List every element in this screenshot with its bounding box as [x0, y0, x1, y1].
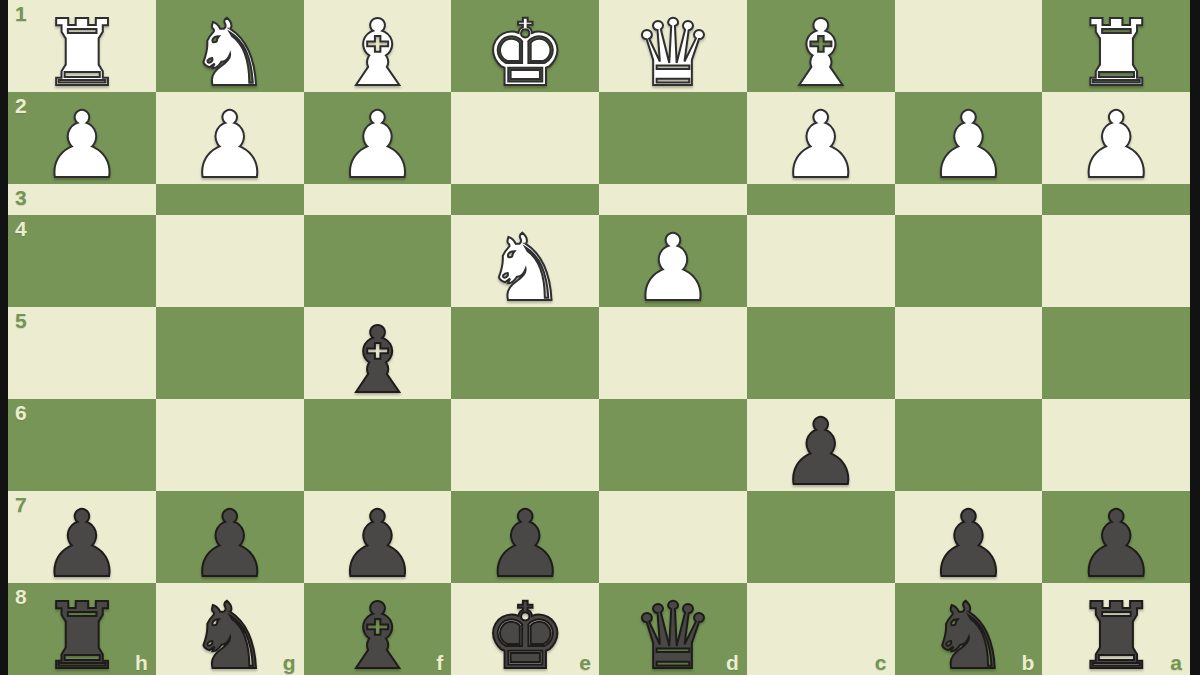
square-g8[interactable]: g♞: [156, 583, 304, 675]
square-b4[interactable]: [895, 215, 1043, 307]
square-h8[interactable]: 8h♜: [8, 583, 156, 675]
square-b8[interactable]: b♞: [895, 583, 1043, 675]
piece-black-knight[interactable]: ♞: [188, 591, 270, 675]
piece-white-pawn[interactable]: ♟: [632, 223, 714, 315]
piece-black-king[interactable]: ♚: [484, 591, 566, 675]
square-d1[interactable]: ♛: [599, 0, 747, 92]
piece-white-knight[interactable]: ♞: [188, 8, 270, 100]
rank-label-8: 8: [15, 586, 27, 607]
square-e4[interactable]: ♞: [451, 215, 599, 307]
square-a1[interactable]: ♜: [1042, 0, 1190, 92]
square-f2[interactable]: ♟: [304, 92, 452, 184]
square-a4[interactable]: [1042, 215, 1190, 307]
square-d5[interactable]: [599, 307, 747, 399]
square-d8[interactable]: d♛: [599, 583, 747, 675]
square-c5[interactable]: [747, 307, 895, 399]
square-h1[interactable]: 1♜: [8, 0, 156, 92]
square-f8[interactable]: f♝: [304, 583, 452, 675]
square-e5[interactable]: [451, 307, 599, 399]
square-e7[interactable]: ♟: [451, 491, 599, 583]
square-d3[interactable]: [599, 184, 747, 215]
file-label-g: g: [283, 652, 296, 673]
piece-black-queen[interactable]: ♛: [632, 591, 714, 675]
piece-white-pawn[interactable]: ♟: [1075, 100, 1157, 192]
square-b6[interactable]: [895, 399, 1043, 491]
rank-label-3: 3: [15, 187, 27, 208]
file-label-a: a: [1170, 652, 1182, 673]
file-label-d: d: [726, 652, 739, 673]
square-h5[interactable]: 5: [8, 307, 156, 399]
square-h6[interactable]: 6: [8, 399, 156, 491]
square-g3[interactable]: [156, 184, 304, 215]
chessboard: 1♜♞♝♚♛♝♜2♟♟♟♟♟♟34♞♟5♝6♟7♟♟♟♟♟♟8h♜g♞f♝e♚d…: [8, 0, 1190, 675]
square-g4[interactable]: [156, 215, 304, 307]
square-a8[interactable]: a♜: [1042, 583, 1190, 675]
piece-white-pawn[interactable]: ♟: [779, 100, 861, 192]
square-a2[interactable]: ♟: [1042, 92, 1190, 184]
piece-white-bishop[interactable]: ♝: [779, 8, 861, 100]
piece-white-knight[interactable]: ♞: [484, 223, 566, 315]
app-screen: 1♜♞♝♚♛♝♜2♟♟♟♟♟♟34♞♟5♝6♟7♟♟♟♟♟♟8h♜g♞f♝e♚d…: [0, 0, 1200, 675]
square-d2[interactable]: [599, 92, 747, 184]
square-e6[interactable]: [451, 399, 599, 491]
square-f5[interactable]: ♝: [304, 307, 452, 399]
piece-black-knight[interactable]: ♞: [927, 591, 1009, 675]
square-b3[interactable]: [895, 184, 1043, 215]
piece-white-pawn[interactable]: ♟: [188, 100, 270, 192]
square-b5[interactable]: [895, 307, 1043, 399]
piece-black-rook[interactable]: ♜: [41, 591, 123, 675]
square-c7[interactable]: [747, 491, 895, 583]
file-label-e: e: [579, 652, 591, 673]
letterbox-left: [0, 0, 8, 675]
file-label-h: h: [135, 652, 148, 673]
rank-label-5: 5: [15, 310, 27, 331]
square-c3[interactable]: [747, 184, 895, 215]
rank-label-2: 2: [15, 95, 27, 116]
square-g1[interactable]: ♞: [156, 0, 304, 92]
square-a7[interactable]: ♟: [1042, 491, 1190, 583]
piece-black-pawn[interactable]: ♟: [484, 499, 566, 591]
square-h3[interactable]: 3: [8, 184, 156, 215]
piece-white-pawn[interactable]: ♟: [927, 100, 1009, 192]
rank-label-7: 7: [15, 494, 27, 515]
square-b7[interactable]: ♟: [895, 491, 1043, 583]
square-c6[interactable]: ♟: [747, 399, 895, 491]
piece-white-queen[interactable]: ♛: [632, 8, 714, 100]
square-c8[interactable]: c: [747, 583, 895, 675]
square-a5[interactable]: [1042, 307, 1190, 399]
square-b2[interactable]: ♟: [895, 92, 1043, 184]
square-g2[interactable]: ♟: [156, 92, 304, 184]
piece-white-king[interactable]: ♚: [484, 8, 566, 100]
file-label-b: b: [1021, 652, 1034, 673]
piece-black-rook[interactable]: ♜: [1075, 591, 1157, 675]
piece-black-pawn[interactable]: ♟: [41, 499, 123, 591]
piece-white-rook[interactable]: ♜: [41, 8, 123, 100]
square-e1[interactable]: ♚: [451, 0, 599, 92]
square-f1[interactable]: ♝: [304, 0, 452, 92]
square-a3[interactable]: [1042, 184, 1190, 215]
piece-black-pawn[interactable]: ♟: [779, 407, 861, 499]
square-d4[interactable]: ♟: [599, 215, 747, 307]
square-c2[interactable]: ♟: [747, 92, 895, 184]
file-label-f: f: [436, 652, 443, 673]
square-d6[interactable]: [599, 399, 747, 491]
square-f4[interactable]: [304, 215, 452, 307]
piece-black-pawn[interactable]: ♟: [336, 499, 418, 591]
square-c1[interactable]: ♝: [747, 0, 895, 92]
piece-black-pawn[interactable]: ♟: [1075, 499, 1157, 591]
piece-black-bishop[interactable]: ♝: [336, 315, 418, 407]
rank-label-4: 4: [15, 218, 27, 239]
square-h4[interactable]: 4: [8, 215, 156, 307]
piece-white-rook[interactable]: ♜: [1075, 8, 1157, 100]
square-a6[interactable]: [1042, 399, 1190, 491]
square-g6[interactable]: [156, 399, 304, 491]
square-b1[interactable]: [895, 0, 1043, 92]
rank-label-6: 6: [15, 402, 27, 423]
square-f6[interactable]: [304, 399, 452, 491]
letterbox-right: [1190, 0, 1200, 675]
piece-white-pawn[interactable]: ♟: [336, 100, 418, 192]
piece-black-pawn[interactable]: ♟: [927, 499, 1009, 591]
square-e8[interactable]: e♚: [451, 583, 599, 675]
square-e3[interactable]: [451, 184, 599, 215]
piece-white-bishop[interactable]: ♝: [336, 8, 418, 100]
square-h2[interactable]: 2♟: [8, 92, 156, 184]
square-g5[interactable]: [156, 307, 304, 399]
square-f7[interactable]: ♟: [304, 491, 452, 583]
square-g7[interactable]: ♟: [156, 491, 304, 583]
square-d7[interactable]: [599, 491, 747, 583]
square-c4[interactable]: [747, 215, 895, 307]
rank-label-1: 1: [15, 3, 27, 24]
piece-black-bishop[interactable]: ♝: [336, 591, 418, 675]
piece-black-pawn[interactable]: ♟: [188, 499, 270, 591]
square-f3[interactable]: [304, 184, 452, 215]
square-h7[interactable]: 7♟: [8, 491, 156, 583]
piece-white-pawn[interactable]: ♟: [41, 100, 123, 192]
file-label-c: c: [875, 652, 887, 673]
square-e2[interactable]: [451, 92, 599, 184]
